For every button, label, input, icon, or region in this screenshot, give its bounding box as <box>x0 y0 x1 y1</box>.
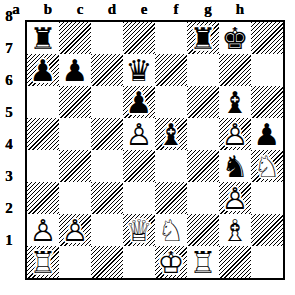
square-e2[interactable]: ♞♘ <box>155 214 187 246</box>
rank-label-7-right: 7 <box>0 32 18 64</box>
square-f2[interactable] <box>187 214 219 246</box>
piece-glyph: ♖ <box>187 246 219 278</box>
square-g3[interactable]: ♟♙ <box>219 182 251 214</box>
file-label-f-bottom: f <box>160 0 192 18</box>
square-f5[interactable] <box>187 118 219 150</box>
file-label-d-bottom: d <box>96 0 128 18</box>
square-b4[interactable] <box>59 150 91 182</box>
white-bishop-g2: ♝♗ <box>219 214 251 246</box>
rank-labels-right: 87654321 <box>0 274 18 295</box>
rank-label-6-right: 6 <box>0 64 18 96</box>
square-a3[interactable] <box>27 182 59 214</box>
square-c7[interactable] <box>91 54 123 86</box>
square-d6[interactable]: ♟♟ <box>123 86 155 118</box>
square-h7[interactable] <box>251 54 283 86</box>
square-h6[interactable] <box>251 86 283 118</box>
white-pawn-d5: ♟♙ <box>123 118 155 150</box>
square-e5[interactable]: ♝♝ <box>155 118 187 150</box>
square-e6[interactable] <box>155 86 187 118</box>
black-pawn-d6: ♟♟ <box>123 86 155 118</box>
square-g5[interactable]: ♟♙ <box>219 118 251 150</box>
black-pawn-a7: ♟♟ <box>27 54 59 86</box>
piece-glyph: ♙ <box>59 214 91 246</box>
square-e7[interactable] <box>155 54 187 86</box>
square-a5[interactable] <box>27 118 59 150</box>
square-c6[interactable] <box>91 86 123 118</box>
square-a2[interactable]: ♟♙ <box>27 214 59 246</box>
piece-glyph: ♝ <box>155 118 187 150</box>
rank-label-2-right: 2 <box>0 192 18 224</box>
square-f3[interactable] <box>187 182 219 214</box>
piece-glyph: ♝ <box>219 86 251 118</box>
square-d2[interactable]: ♛♕ <box>123 214 155 246</box>
square-e1[interactable]: ♚♔ <box>155 246 187 278</box>
square-b6[interactable] <box>59 86 91 118</box>
square-e8[interactable] <box>155 22 187 54</box>
white-knight-h4: ♞♘ <box>251 150 283 182</box>
square-h1[interactable] <box>251 246 283 278</box>
black-bishop-g6: ♝♝ <box>219 86 251 118</box>
piece-glyph: ♞ <box>219 150 251 182</box>
square-b5[interactable] <box>59 118 91 150</box>
black-rook-f8: ♜♜ <box>187 22 219 54</box>
piece-glyph: ♘ <box>155 214 187 246</box>
square-f7[interactable] <box>187 54 219 86</box>
piece-glyph: ♔ <box>155 246 187 278</box>
piece-glyph: ♖ <box>27 246 59 278</box>
white-king-e1: ♚♔ <box>155 246 187 278</box>
piece-glyph: ♗ <box>219 214 251 246</box>
white-pawn-b2: ♟♙ <box>59 214 91 246</box>
square-a8[interactable]: ♜♜ <box>27 22 59 54</box>
square-f6[interactable] <box>187 86 219 118</box>
file-label-g-bottom: g <box>192 0 224 18</box>
square-d4[interactable] <box>123 150 155 182</box>
piece-glyph: ♚ <box>219 22 251 54</box>
rank-label-1-right: 1 <box>0 224 18 256</box>
square-b2[interactable]: ♟♙ <box>59 214 91 246</box>
white-knight-e2: ♞♘ <box>155 214 187 246</box>
square-a7[interactable]: ♟♟ <box>27 54 59 86</box>
square-c2[interactable] <box>91 214 123 246</box>
rank-label-5-right: 5 <box>0 96 18 128</box>
chess-board: ♜♜♜♜♚♚♟♟♟♟♛♛♟♟♝♝♟♙♝♝♟♙♟♟♞♞♞♘♟♙♟♙♟♙♛♕♞♘♝♗… <box>25 20 285 280</box>
square-c1[interactable] <box>91 246 123 278</box>
square-g6[interactable]: ♝♝ <box>219 86 251 118</box>
white-rook-a1: ♜♖ <box>27 246 59 278</box>
black-king-g8: ♚♚ <box>219 22 251 54</box>
file-label-a-bottom: a <box>0 0 32 18</box>
square-c4[interactable] <box>91 150 123 182</box>
square-a4[interactable] <box>27 150 59 182</box>
square-e3[interactable] <box>155 182 187 214</box>
piece-glyph: ♙ <box>219 182 251 214</box>
square-c3[interactable] <box>91 182 123 214</box>
piece-glyph: ♙ <box>27 214 59 246</box>
black-rook-a8: ♜♜ <box>27 22 59 54</box>
piece-glyph: ♟ <box>251 118 283 150</box>
white-pawn-a2: ♟♙ <box>27 214 59 246</box>
piece-glyph: ♙ <box>219 118 251 150</box>
square-d8[interactable] <box>123 22 155 54</box>
black-queen-d7: ♛♛ <box>123 54 155 86</box>
square-c8[interactable] <box>91 22 123 54</box>
square-b8[interactable] <box>59 22 91 54</box>
black-bishop-e5: ♝♝ <box>155 118 187 150</box>
square-h8[interactable] <box>251 22 283 54</box>
square-d5[interactable]: ♟♙ <box>123 118 155 150</box>
square-g4[interactable]: ♞♞ <box>219 150 251 182</box>
square-b3[interactable] <box>59 182 91 214</box>
square-d7[interactable]: ♛♛ <box>123 54 155 86</box>
piece-glyph: ♕ <box>123 214 155 246</box>
square-e4[interactable] <box>155 150 187 182</box>
black-knight-g4: ♞♞ <box>219 150 251 182</box>
file-label-e-bottom: e <box>128 0 160 18</box>
square-d1[interactable] <box>123 246 155 278</box>
square-g2[interactable]: ♝♗ <box>219 214 251 246</box>
piece-glyph: ♜ <box>27 22 59 54</box>
square-f8[interactable]: ♜♜ <box>187 22 219 54</box>
square-a1[interactable]: ♜♖ <box>27 246 59 278</box>
piece-glyph: ♛ <box>123 54 155 86</box>
square-g7[interactable] <box>219 54 251 86</box>
square-h4[interactable]: ♞♘ <box>251 150 283 182</box>
chess-diagram: abcdefgh 87654321 ♜♜♜♜♚♚♟♟♟♟♛♛♟♟♝♝♟♙♝♝♟♙… <box>0 0 295 295</box>
piece-glyph: ♙ <box>123 118 155 150</box>
white-pawn-g3: ♟♙ <box>219 182 251 214</box>
piece-glyph: ♜ <box>187 22 219 54</box>
file-label-h-bottom: h <box>224 0 256 18</box>
piece-glyph: ♟ <box>27 54 59 86</box>
file-label-b-bottom: b <box>32 0 64 18</box>
square-b7[interactable]: ♟♟ <box>59 54 91 86</box>
white-pawn-g5: ♟♙ <box>219 118 251 150</box>
square-h2[interactable] <box>251 214 283 246</box>
square-c5[interactable] <box>91 118 123 150</box>
square-d3[interactable] <box>123 182 155 214</box>
square-b1[interactable] <box>59 246 91 278</box>
square-h5[interactable]: ♟♟ <box>251 118 283 150</box>
square-h3[interactable] <box>251 182 283 214</box>
piece-glyph: ♟ <box>59 54 91 86</box>
piece-glyph: ♘ <box>251 150 283 182</box>
white-queen-d2: ♛♕ <box>123 214 155 246</box>
square-f1[interactable]: ♜♖ <box>187 246 219 278</box>
white-rook-f1: ♜♖ <box>187 246 219 278</box>
square-f4[interactable] <box>187 150 219 182</box>
file-label-c-bottom: c <box>64 0 96 18</box>
rank-label-4-right: 4 <box>0 128 18 160</box>
rank-label-3-right: 3 <box>0 160 18 192</box>
square-g1[interactable] <box>219 246 251 278</box>
black-pawn-h5: ♟♟ <box>251 118 283 150</box>
piece-glyph: ♟ <box>123 86 155 118</box>
square-g8[interactable]: ♚♚ <box>219 22 251 54</box>
square-a6[interactable] <box>27 86 59 118</box>
black-pawn-b7: ♟♟ <box>59 54 91 86</box>
